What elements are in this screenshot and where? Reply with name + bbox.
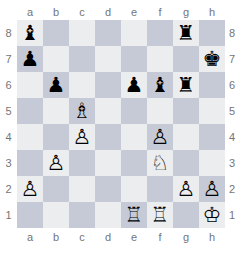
square-b7[interactable] <box>43 46 69 72</box>
rank-label-6-left: 6 <box>0 72 17 98</box>
rank-label-7-left: 7 <box>0 46 17 72</box>
white-bishop[interactable]: ♗ <box>73 98 92 124</box>
white-king[interactable]: ♔ <box>203 202 222 228</box>
square-b3[interactable]: ♙ <box>43 150 69 176</box>
black-bishop[interactable]: ♝ <box>151 72 170 98</box>
rank-label-8-left: 8 <box>0 20 17 46</box>
square-e5[interactable] <box>121 98 147 124</box>
square-e4[interactable] <box>121 124 147 150</box>
black-rook[interactable]: ♜ <box>177 72 196 98</box>
board-corner <box>0 228 17 245</box>
square-d6[interactable] <box>95 72 121 98</box>
rank-label-2-right: 2 <box>225 176 239 202</box>
square-b8[interactable] <box>43 20 69 46</box>
file-label-h: h <box>199 228 225 245</box>
file-label-h: h <box>199 1 225 20</box>
square-g1[interactable] <box>173 202 199 228</box>
square-d8[interactable] <box>95 20 121 46</box>
file-label-c: c <box>69 1 95 20</box>
file-label-d: d <box>95 1 121 20</box>
square-h1[interactable]: ♔ <box>199 202 225 228</box>
square-c8[interactable] <box>69 20 95 46</box>
rank-label-3-left: 3 <box>0 150 17 176</box>
square-b4[interactable] <box>43 124 69 150</box>
square-a3[interactable] <box>17 150 43 176</box>
square-f7[interactable] <box>147 46 173 72</box>
square-g8[interactable]: ♜ <box>173 20 199 46</box>
file-label-d: d <box>95 228 121 245</box>
rank-label-4-right: 4 <box>225 124 239 150</box>
square-g7[interactable] <box>173 46 199 72</box>
board-corner <box>225 1 239 20</box>
white-pawn[interactable]: ♙ <box>203 176 222 202</box>
square-h5[interactable] <box>199 98 225 124</box>
rank-label-4-left: 4 <box>0 124 17 150</box>
square-f5[interactable] <box>147 98 173 124</box>
square-e1[interactable]: ♖ <box>121 202 147 228</box>
rank-label-5-right: 5 <box>225 98 239 124</box>
rank-label-1-right: 1 <box>225 202 239 228</box>
square-h2[interactable]: ♙ <box>199 176 225 202</box>
square-c1[interactable] <box>69 202 95 228</box>
square-e8[interactable] <box>121 20 147 46</box>
square-c6[interactable] <box>69 72 95 98</box>
square-d4[interactable] <box>95 124 121 150</box>
black-rook[interactable]: ♜ <box>177 20 196 46</box>
square-g3[interactable] <box>173 150 199 176</box>
square-a8[interactable]: ♝ <box>17 20 43 46</box>
square-a5[interactable] <box>17 98 43 124</box>
square-e6[interactable]: ♟ <box>121 72 147 98</box>
square-f2[interactable] <box>147 176 173 202</box>
square-a2[interactable]: ♙ <box>17 176 43 202</box>
square-d3[interactable] <box>95 150 121 176</box>
file-label-a: a <box>17 1 43 20</box>
square-c4[interactable]: ♙ <box>69 124 95 150</box>
white-pawn[interactable]: ♙ <box>73 124 92 150</box>
square-g6[interactable]: ♜ <box>173 72 199 98</box>
square-b1[interactable] <box>43 202 69 228</box>
rank-label-1-left: 1 <box>0 202 17 228</box>
white-pawn[interactable]: ♙ <box>151 124 170 150</box>
square-a1[interactable] <box>17 202 43 228</box>
square-e3[interactable] <box>121 150 147 176</box>
square-f6[interactable]: ♝ <box>147 72 173 98</box>
square-h3[interactable] <box>199 150 225 176</box>
black-king[interactable]: ♚ <box>203 46 222 72</box>
rank-label-3-right: 3 <box>225 150 239 176</box>
file-label-a: a <box>17 228 43 245</box>
file-label-f: f <box>147 1 173 20</box>
square-b6[interactable]: ♟ <box>43 72 69 98</box>
white-rook[interactable]: ♖ <box>151 202 170 228</box>
square-d5[interactable] <box>95 98 121 124</box>
square-c2[interactable] <box>69 176 95 202</box>
rank-label-5-left: 5 <box>0 98 17 124</box>
square-d7[interactable] <box>95 46 121 72</box>
file-label-f: f <box>147 228 173 245</box>
rank-label-7-right: 7 <box>225 46 239 72</box>
black-bishop[interactable]: ♝ <box>21 20 40 46</box>
rank-label-6-right: 6 <box>225 72 239 98</box>
white-knight[interactable]: ♘ <box>151 150 170 176</box>
square-e2[interactable] <box>121 176 147 202</box>
white-rook[interactable]: ♖ <box>125 202 144 228</box>
square-h7[interactable]: ♚ <box>199 46 225 72</box>
square-c5[interactable]: ♗ <box>69 98 95 124</box>
square-c3[interactable] <box>69 150 95 176</box>
black-pawn[interactable]: ♟ <box>21 46 40 72</box>
square-f1[interactable]: ♖ <box>147 202 173 228</box>
square-f8[interactable] <box>147 20 173 46</box>
square-e7[interactable] <box>121 46 147 72</box>
square-h8[interactable] <box>199 20 225 46</box>
square-a7[interactable]: ♟ <box>17 46 43 72</box>
square-g2[interactable]: ♙ <box>173 176 199 202</box>
file-label-g: g <box>173 228 199 245</box>
square-d1[interactable] <box>95 202 121 228</box>
white-pawn[interactable]: ♙ <box>21 176 40 202</box>
square-f4[interactable]: ♙ <box>147 124 173 150</box>
file-label-e: e <box>121 228 147 245</box>
white-pawn[interactable]: ♙ <box>177 176 196 202</box>
file-label-e: e <box>121 1 147 20</box>
square-b2[interactable] <box>43 176 69 202</box>
file-label-c: c <box>69 228 95 245</box>
square-b5[interactable] <box>43 98 69 124</box>
board-corner <box>225 228 239 245</box>
square-a6[interactable] <box>17 72 43 98</box>
file-label-g: g <box>173 1 199 20</box>
board-corner <box>0 1 17 20</box>
square-c7[interactable] <box>69 46 95 72</box>
square-h4[interactable] <box>199 124 225 150</box>
square-h6[interactable] <box>199 72 225 98</box>
square-f3[interactable]: ♘ <box>147 150 173 176</box>
square-g5[interactable] <box>173 98 199 124</box>
black-pawn[interactable]: ♟ <box>47 72 66 98</box>
rank-label-2-left: 2 <box>0 176 17 202</box>
square-d2[interactable] <box>95 176 121 202</box>
black-pawn[interactable]: ♟ <box>125 72 144 98</box>
file-label-b: b <box>43 1 69 20</box>
white-pawn[interactable]: ♙ <box>47 150 66 176</box>
square-g4[interactable] <box>173 124 199 150</box>
file-label-b: b <box>43 228 69 245</box>
square-a4[interactable] <box>17 124 43 150</box>
rank-label-8-right: 8 <box>225 20 239 46</box>
chess-board-diagram: abcdefgh8♝♜87♟♚76♟♟♝♜65♗54♙♙43♙♘32♙♙♙21♖… <box>0 1 247 245</box>
